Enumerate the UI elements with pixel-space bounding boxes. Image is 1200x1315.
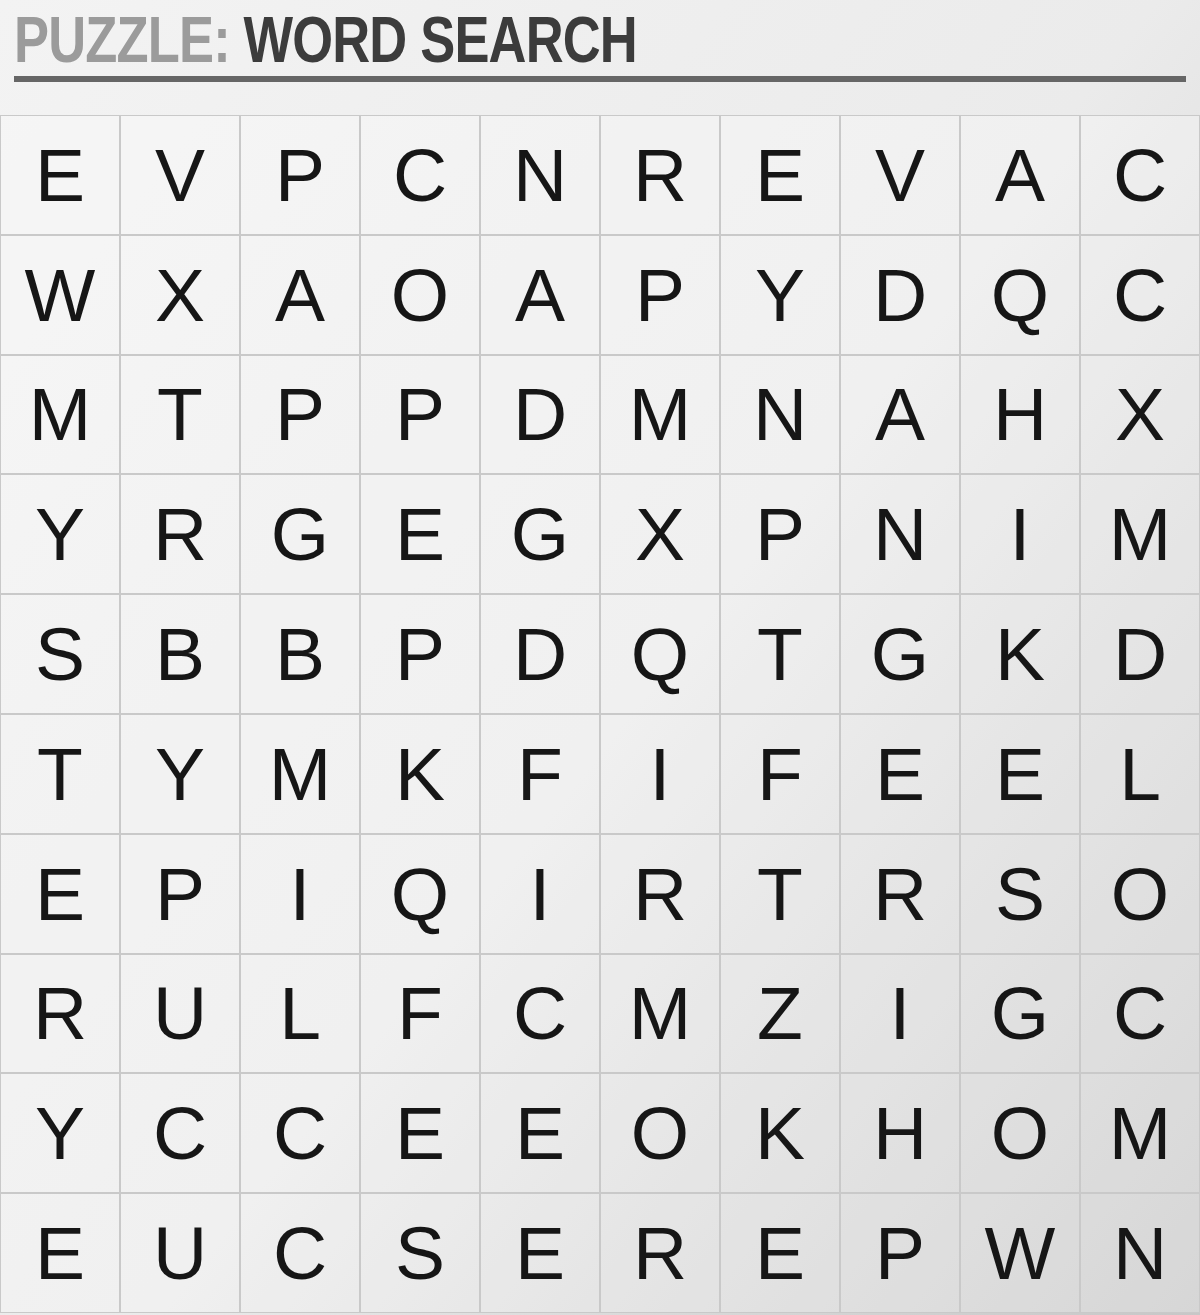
grid-cell[interactable]: Y xyxy=(720,235,840,355)
grid-cell[interactable]: H xyxy=(960,355,1080,475)
grid-cell[interactable]: R xyxy=(120,474,240,594)
grid-cell[interactable]: E xyxy=(0,834,120,954)
grid-cell[interactable]: I xyxy=(960,474,1080,594)
grid-cell[interactable]: P xyxy=(240,355,360,475)
grid-cell[interactable]: O xyxy=(1080,834,1200,954)
grid-cell[interactable]: T xyxy=(720,594,840,714)
grid-cell[interactable]: Y xyxy=(0,1073,120,1193)
grid-cell[interactable]: I xyxy=(600,714,720,834)
grid-cell[interactable]: P xyxy=(600,235,720,355)
grid-cell[interactable]: I xyxy=(840,954,960,1074)
grid-cell[interactable]: A xyxy=(480,235,600,355)
grid-cell[interactable]: M xyxy=(1080,474,1200,594)
grid-cell[interactable]: R xyxy=(600,115,720,235)
grid-cell[interactable]: E xyxy=(960,714,1080,834)
grid-cell[interactable]: L xyxy=(1080,714,1200,834)
grid-cell[interactable]: X xyxy=(600,474,720,594)
grid-cell[interactable]: F xyxy=(360,954,480,1074)
grid-cell[interactable]: H xyxy=(840,1073,960,1193)
grid-cell[interactable]: E xyxy=(840,714,960,834)
grid-cell[interactable]: K xyxy=(720,1073,840,1193)
grid-cell[interactable]: M xyxy=(240,714,360,834)
grid-cell[interactable]: S xyxy=(0,594,120,714)
grid-cell[interactable]: M xyxy=(0,355,120,475)
grid-cell[interactable]: D xyxy=(480,594,600,714)
title-prefix: PUZZLE: xyxy=(14,4,230,76)
grid-cell[interactable]: E xyxy=(0,115,120,235)
grid-cell[interactable]: N xyxy=(1080,1193,1200,1313)
page: PUZZLE: WORD SEARCH EVPCNREVACWXAOAPYDQC… xyxy=(0,0,1200,1315)
grid-cell[interactable]: P xyxy=(120,834,240,954)
grid-cell[interactable]: D xyxy=(840,235,960,355)
grid-cell[interactable]: X xyxy=(1080,355,1200,475)
grid-cell[interactable]: C xyxy=(1080,954,1200,1074)
grid-cell[interactable]: D xyxy=(1080,594,1200,714)
grid-cell[interactable]: U xyxy=(120,1193,240,1313)
grid-cell[interactable]: E xyxy=(720,115,840,235)
grid-cell[interactable]: Y xyxy=(120,714,240,834)
grid-cell[interactable]: A xyxy=(240,235,360,355)
grid-cell[interactable]: T xyxy=(0,714,120,834)
grid-cell[interactable]: M xyxy=(600,355,720,475)
grid-cell[interactable]: Y xyxy=(0,474,120,594)
grid-cell[interactable]: R xyxy=(600,1193,720,1313)
grid-cell[interactable]: F xyxy=(720,714,840,834)
grid-cell[interactable]: W xyxy=(960,1193,1080,1313)
grid-cell[interactable]: E xyxy=(360,474,480,594)
grid-cell[interactable]: E xyxy=(0,1193,120,1313)
grid-cell[interactable]: G xyxy=(240,474,360,594)
grid-cell[interactable]: G xyxy=(960,954,1080,1074)
grid-cell[interactable]: F xyxy=(480,714,600,834)
title-underline xyxy=(14,76,1186,82)
grid-cell[interactable]: B xyxy=(120,594,240,714)
grid-cell[interactable]: O xyxy=(360,235,480,355)
grid-cell[interactable]: A xyxy=(960,115,1080,235)
grid-cell[interactable]: P xyxy=(720,474,840,594)
grid-cell[interactable]: R xyxy=(600,834,720,954)
grid-cell[interactable]: I xyxy=(480,834,600,954)
grid-cell[interactable]: P xyxy=(360,355,480,475)
grid-cell[interactable]: A xyxy=(840,355,960,475)
grid-cell[interactable]: V xyxy=(840,115,960,235)
grid-cell[interactable]: R xyxy=(840,834,960,954)
grid-cell[interactable]: P xyxy=(840,1193,960,1313)
grid-cell[interactable]: E xyxy=(360,1073,480,1193)
grid-cell[interactable]: K xyxy=(960,594,1080,714)
grid-cell[interactable]: Q xyxy=(360,834,480,954)
grid-cell[interactable]: E xyxy=(480,1193,600,1313)
grid-cell[interactable]: S xyxy=(360,1193,480,1313)
title-main: WORD SEARCH xyxy=(244,4,637,76)
grid-cell[interactable]: D xyxy=(480,355,600,475)
grid-cell[interactable]: I xyxy=(240,834,360,954)
grid-cell[interactable]: C xyxy=(240,1073,360,1193)
grid-cell[interactable]: L xyxy=(240,954,360,1074)
grid-cell[interactable]: U xyxy=(120,954,240,1074)
grid-cell[interactable]: E xyxy=(480,1073,600,1193)
grid-cell[interactable]: P xyxy=(240,115,360,235)
grid-cell[interactable]: R xyxy=(0,954,120,1074)
grid-cell[interactable]: C xyxy=(360,115,480,235)
grid-cell[interactable]: K xyxy=(360,714,480,834)
grid-cell[interactable]: W xyxy=(0,235,120,355)
word-search-grid: EVPCNREVACWXAOAPYDQCMTPPDMNAHXYRGEGXPNIM… xyxy=(0,115,1200,1313)
grid-cell[interactable]: X xyxy=(120,235,240,355)
grid-cell[interactable]: G xyxy=(480,474,600,594)
grid-cell[interactable]: C xyxy=(480,954,600,1074)
grid-cell[interactable]: B xyxy=(240,594,360,714)
grid-cell[interactable]: N xyxy=(720,355,840,475)
grid-cell[interactable]: V xyxy=(120,115,240,235)
grid-cell[interactable]: C xyxy=(1080,115,1200,235)
grid-cell[interactable]: M xyxy=(1080,1073,1200,1193)
grid-cell[interactable]: O xyxy=(960,1073,1080,1193)
title-space xyxy=(230,4,244,76)
grid-cell[interactable]: Q xyxy=(600,594,720,714)
grid-cell[interactable]: Q xyxy=(960,235,1080,355)
grid-cell[interactable]: O xyxy=(600,1073,720,1193)
grid-cell[interactable]: T xyxy=(120,355,240,475)
grid-cell[interactable]: N xyxy=(840,474,960,594)
grid-cell[interactable]: C xyxy=(240,1193,360,1313)
grid-cell[interactable]: C xyxy=(120,1073,240,1193)
grid-cell[interactable]: Z xyxy=(720,954,840,1074)
grid-cell[interactable]: G xyxy=(840,594,960,714)
grid-cell[interactable]: P xyxy=(360,594,480,714)
grid-cell[interactable]: M xyxy=(600,954,720,1074)
grid-cell[interactable]: T xyxy=(720,834,840,954)
grid-cell[interactable]: E xyxy=(720,1193,840,1313)
header: PUZZLE: WORD SEARCH xyxy=(0,0,1200,82)
grid-cell[interactable]: S xyxy=(960,834,1080,954)
grid-cell[interactable]: N xyxy=(480,115,600,235)
page-title: PUZZLE: WORD SEARCH xyxy=(14,10,975,70)
grid-cell[interactable]: C xyxy=(1080,235,1200,355)
